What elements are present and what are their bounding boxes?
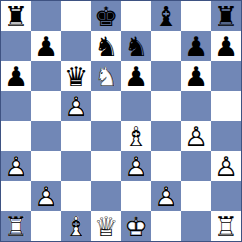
square-b6[interactable] — [31, 61, 61, 91]
piece-black-rook[interactable]: ♜ — [211, 1, 241, 31]
piece-black-pawn[interactable]: ♟ — [211, 31, 241, 61]
square-f5[interactable] — [151, 91, 181, 121]
chess-board: ♜♚♝♜♟♞♞♟♟♟♛♞♘♟♟♟♙♝♗♟♙♟♙♟♙♟♙♟♙♟♙♜♖♝♗♛♕♚♔♜… — [0, 0, 242, 242]
square-a3[interactable]: ♟♙ — [1, 151, 31, 181]
square-h8[interactable]: ♜ — [211, 1, 241, 31]
piece-white-king[interactable]: ♔ — [121, 211, 151, 241]
piece-white-bishop[interactable]: ♗ — [61, 211, 91, 241]
square-g5[interactable] — [181, 91, 211, 121]
square-e2[interactable] — [121, 181, 151, 211]
piece-black-pawn[interactable]: ♟ — [181, 61, 211, 91]
piece-white-bishop[interactable]: ♗ — [121, 121, 151, 151]
square-f4[interactable] — [151, 121, 181, 151]
square-h2[interactable] — [211, 181, 241, 211]
square-e5[interactable] — [121, 91, 151, 121]
square-a7[interactable] — [1, 31, 31, 61]
square-d6[interactable]: ♞♘ — [91, 61, 121, 91]
square-f2[interactable]: ♟♙ — [151, 181, 181, 211]
piece-black-pawn[interactable]: ♟ — [121, 61, 151, 91]
square-e6[interactable]: ♟ — [121, 61, 151, 91]
piece-white-rook[interactable]: ♖ — [1, 211, 31, 241]
square-f8[interactable]: ♝ — [151, 1, 181, 31]
piece-black-bishop[interactable]: ♝ — [151, 1, 181, 31]
square-g3[interactable] — [181, 151, 211, 181]
piece-white-queen[interactable]: ♕ — [91, 211, 121, 241]
piece-white-pawn[interactable]: ♙ — [31, 181, 61, 211]
piece-black-rook[interactable]: ♜ — [1, 1, 31, 31]
square-d3[interactable] — [91, 151, 121, 181]
piece-white-pawn[interactable]: ♙ — [61, 91, 91, 121]
square-h7[interactable]: ♟ — [211, 31, 241, 61]
square-b8[interactable] — [31, 1, 61, 31]
square-c5[interactable]: ♟♙ — [61, 91, 91, 121]
piece-white-pawn[interactable]: ♙ — [1, 151, 31, 181]
piece-white-pawn[interactable]: ♙ — [151, 181, 181, 211]
piece-white-pawn[interactable]: ♙ — [181, 121, 211, 151]
square-h5[interactable] — [211, 91, 241, 121]
square-g2[interactable] — [181, 181, 211, 211]
piece-black-king[interactable]: ♚ — [91, 1, 121, 31]
square-b7[interactable]: ♟ — [31, 31, 61, 61]
square-f3[interactable] — [151, 151, 181, 181]
square-g4[interactable]: ♟♙ — [181, 121, 211, 151]
square-d4[interactable] — [91, 121, 121, 151]
piece-black-pawn[interactable]: ♟ — [181, 31, 211, 61]
square-d2[interactable] — [91, 181, 121, 211]
piece-black-pawn[interactable]: ♟ — [31, 31, 61, 61]
piece-white-pawn[interactable]: ♙ — [121, 151, 151, 181]
square-e8[interactable] — [121, 1, 151, 31]
piece-black-knight[interactable]: ♞ — [121, 31, 151, 61]
square-b3[interactable] — [31, 151, 61, 181]
square-e3[interactable]: ♟♙ — [121, 151, 151, 181]
square-a8[interactable]: ♜ — [1, 1, 31, 31]
square-c1[interactable]: ♝♗ — [61, 211, 91, 241]
square-c8[interactable] — [61, 1, 91, 31]
piece-black-knight[interactable]: ♞ — [91, 31, 121, 61]
square-h1[interactable]: ♜♖ — [211, 211, 241, 241]
square-d8[interactable]: ♚ — [91, 1, 121, 31]
square-g7[interactable]: ♟ — [181, 31, 211, 61]
square-h3[interactable]: ♟♙ — [211, 151, 241, 181]
square-b5[interactable] — [31, 91, 61, 121]
square-b1[interactable] — [31, 211, 61, 241]
square-b4[interactable] — [31, 121, 61, 151]
square-c3[interactable] — [61, 151, 91, 181]
piece-white-pawn[interactable]: ♙ — [211, 151, 241, 181]
square-d1[interactable]: ♛♕ — [91, 211, 121, 241]
piece-black-pawn[interactable]: ♟ — [1, 61, 31, 91]
square-a4[interactable] — [1, 121, 31, 151]
square-e1[interactable]: ♚♔ — [121, 211, 151, 241]
square-e4[interactable]: ♝♗ — [121, 121, 151, 151]
square-h6[interactable] — [211, 61, 241, 91]
square-c6[interactable]: ♛ — [61, 61, 91, 91]
square-a6[interactable]: ♟ — [1, 61, 31, 91]
square-f6[interactable] — [151, 61, 181, 91]
square-g8[interactable] — [181, 1, 211, 31]
square-f1[interactable] — [151, 211, 181, 241]
square-d7[interactable]: ♞ — [91, 31, 121, 61]
piece-white-knight[interactable]: ♘ — [91, 61, 121, 91]
square-e7[interactable]: ♞ — [121, 31, 151, 61]
piece-black-queen[interactable]: ♛ — [61, 61, 91, 91]
square-d5[interactable] — [91, 91, 121, 121]
square-c2[interactable] — [61, 181, 91, 211]
square-f7[interactable] — [151, 31, 181, 61]
square-c7[interactable] — [61, 31, 91, 61]
square-b2[interactable]: ♟♙ — [31, 181, 61, 211]
square-c4[interactable] — [61, 121, 91, 151]
square-g6[interactable]: ♟ — [181, 61, 211, 91]
piece-white-rook[interactable]: ♖ — [211, 211, 241, 241]
square-g1[interactable] — [181, 211, 211, 241]
square-a2[interactable] — [1, 181, 31, 211]
square-h4[interactable] — [211, 121, 241, 151]
square-a5[interactable] — [1, 91, 31, 121]
square-a1[interactable]: ♜♖ — [1, 211, 31, 241]
